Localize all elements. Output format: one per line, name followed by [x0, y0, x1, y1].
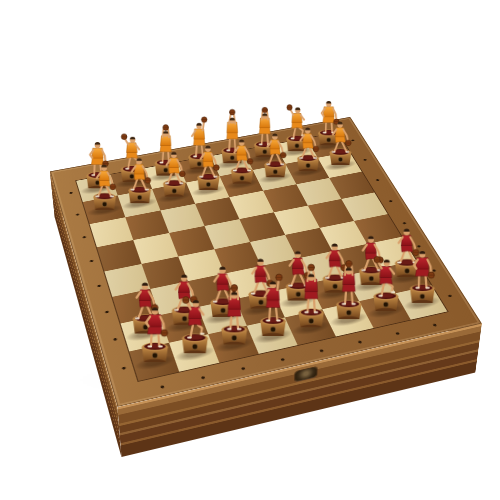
piece-figure: [328, 254, 369, 320]
piece-figure: [173, 285, 215, 354]
piece-figure: [365, 245, 405, 311]
product-photo-scene: [0, 0, 500, 500]
latch-icon: [295, 367, 316, 381]
piece-figure: [290, 255, 331, 328]
piece-figure: [133, 299, 175, 362]
piece-figure: [402, 243, 442, 303]
piece-figure: [252, 264, 293, 336]
chess-case: [50, 117, 482, 407]
piece-figure: [213, 278, 255, 345]
